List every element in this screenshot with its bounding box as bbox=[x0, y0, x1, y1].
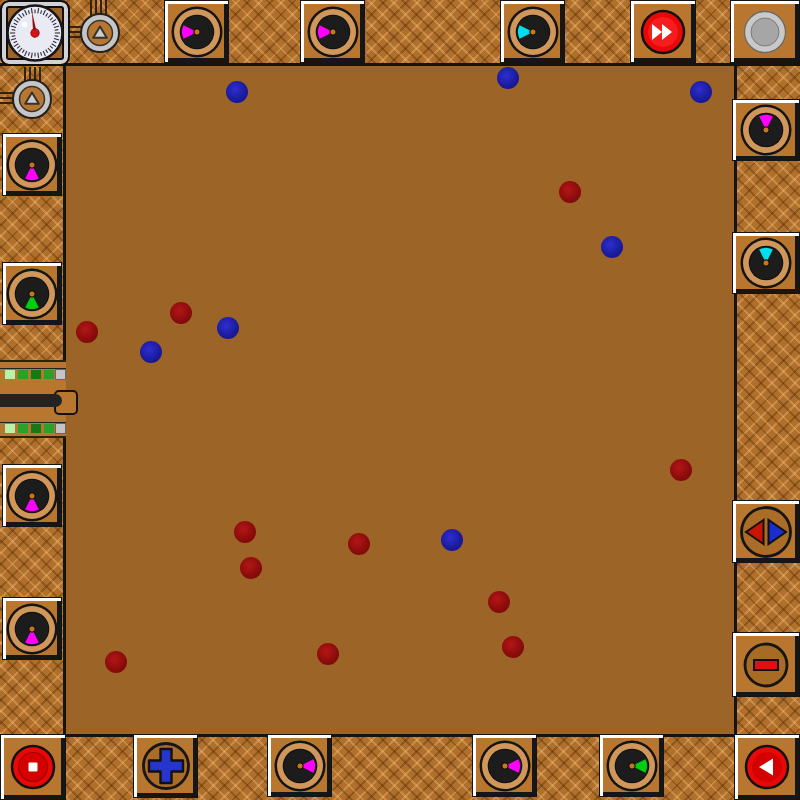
valve-button-top[interactable] bbox=[79, 12, 121, 54]
gray-circle-icon bbox=[743, 10, 787, 54]
dial-green-bottom[interactable] bbox=[599, 734, 664, 797]
dial-magenta-bottom-2[interactable] bbox=[472, 734, 537, 797]
fast-forward-button[interactable] bbox=[630, 0, 696, 63]
gauge-face-icon bbox=[5, 4, 65, 62]
dial-wedge-icon bbox=[273, 739, 327, 793]
led-indicator-row bbox=[0, 368, 66, 381]
led-row-cap bbox=[55, 369, 66, 380]
led-light bbox=[31, 424, 41, 433]
dial-wedge-icon bbox=[170, 5, 224, 59]
dial-cyan-right[interactable] bbox=[732, 232, 800, 294]
border-plate-bottom bbox=[0, 734, 800, 800]
led-light bbox=[18, 424, 28, 433]
dial-magenta-left-1[interactable] bbox=[2, 133, 62, 196]
led-indicator-row bbox=[0, 422, 66, 435]
ball-red bbox=[348, 533, 370, 555]
led-light bbox=[44, 424, 54, 433]
stop-icon bbox=[10, 744, 56, 790]
led-light bbox=[44, 370, 54, 379]
dial-wedge-icon bbox=[5, 138, 59, 192]
dial-magenta-top-1[interactable] bbox=[164, 0, 229, 63]
minus-button[interactable] bbox=[732, 632, 800, 697]
dial-wedge-icon bbox=[478, 739, 532, 793]
led-light bbox=[18, 370, 28, 379]
dial-wedge-icon bbox=[5, 469, 59, 523]
ball-red bbox=[170, 302, 192, 324]
timer-gauge bbox=[0, 0, 70, 66]
dial-wedge-icon bbox=[5, 267, 59, 321]
ball-blue bbox=[690, 81, 712, 103]
gray-indicator-button[interactable] bbox=[730, 0, 800, 63]
add-button[interactable] bbox=[133, 734, 198, 798]
triangle-valve-icon bbox=[11, 78, 53, 120]
ball-red bbox=[502, 636, 524, 658]
dial-magenta-left-3[interactable] bbox=[2, 597, 62, 660]
dial-wedge-icon bbox=[506, 5, 560, 59]
minus-icon bbox=[742, 641, 790, 689]
ball-red bbox=[240, 557, 262, 579]
dial-magenta-top-2[interactable] bbox=[300, 0, 365, 63]
back-button[interactable] bbox=[734, 734, 800, 800]
ball-blue bbox=[140, 341, 162, 363]
lever-panel[interactable] bbox=[0, 360, 66, 438]
dial-wedge-icon bbox=[306, 5, 360, 59]
dial-magenta-right[interactable] bbox=[732, 99, 800, 161]
dial-magenta-bottom-1[interactable] bbox=[267, 734, 332, 797]
dial-cyan-top[interactable] bbox=[500, 0, 565, 63]
led-light bbox=[31, 370, 41, 379]
arena-play-field[interactable] bbox=[66, 66, 734, 734]
game-stage bbox=[0, 0, 800, 800]
ball-blue bbox=[217, 317, 239, 339]
dial-wedge-icon bbox=[739, 236, 793, 290]
lever-handle[interactable] bbox=[0, 394, 62, 407]
ball-red bbox=[317, 643, 339, 665]
stop-button[interactable] bbox=[0, 734, 66, 800]
ball-red bbox=[559, 181, 581, 203]
ball-red bbox=[76, 321, 98, 343]
dial-wedge-icon bbox=[5, 602, 59, 656]
fast-forward-icon bbox=[640, 9, 686, 55]
led-light bbox=[5, 424, 15, 433]
ball-red bbox=[105, 651, 127, 673]
plus-icon bbox=[141, 741, 191, 791]
ball-red bbox=[670, 459, 692, 481]
swap-arrows-button[interactable] bbox=[732, 500, 800, 563]
triangle-valve-icon bbox=[79, 12, 121, 54]
ball-red bbox=[234, 521, 256, 543]
back-triangle-icon bbox=[744, 744, 790, 790]
ball-blue bbox=[601, 236, 623, 258]
dial-magenta-left-2[interactable] bbox=[2, 464, 62, 527]
dial-wedge-icon bbox=[739, 103, 793, 157]
ball-blue bbox=[497, 67, 519, 89]
dial-wedge-icon bbox=[605, 739, 659, 793]
dial-green-left[interactable] bbox=[2, 262, 62, 325]
led-row-cap bbox=[55, 423, 66, 434]
valve-button-left[interactable] bbox=[11, 78, 53, 120]
led-light bbox=[5, 370, 15, 379]
ball-blue bbox=[441, 529, 463, 551]
red-blue-arrows-icon bbox=[739, 505, 793, 559]
ball-blue bbox=[226, 81, 248, 103]
ball-red bbox=[488, 591, 510, 613]
